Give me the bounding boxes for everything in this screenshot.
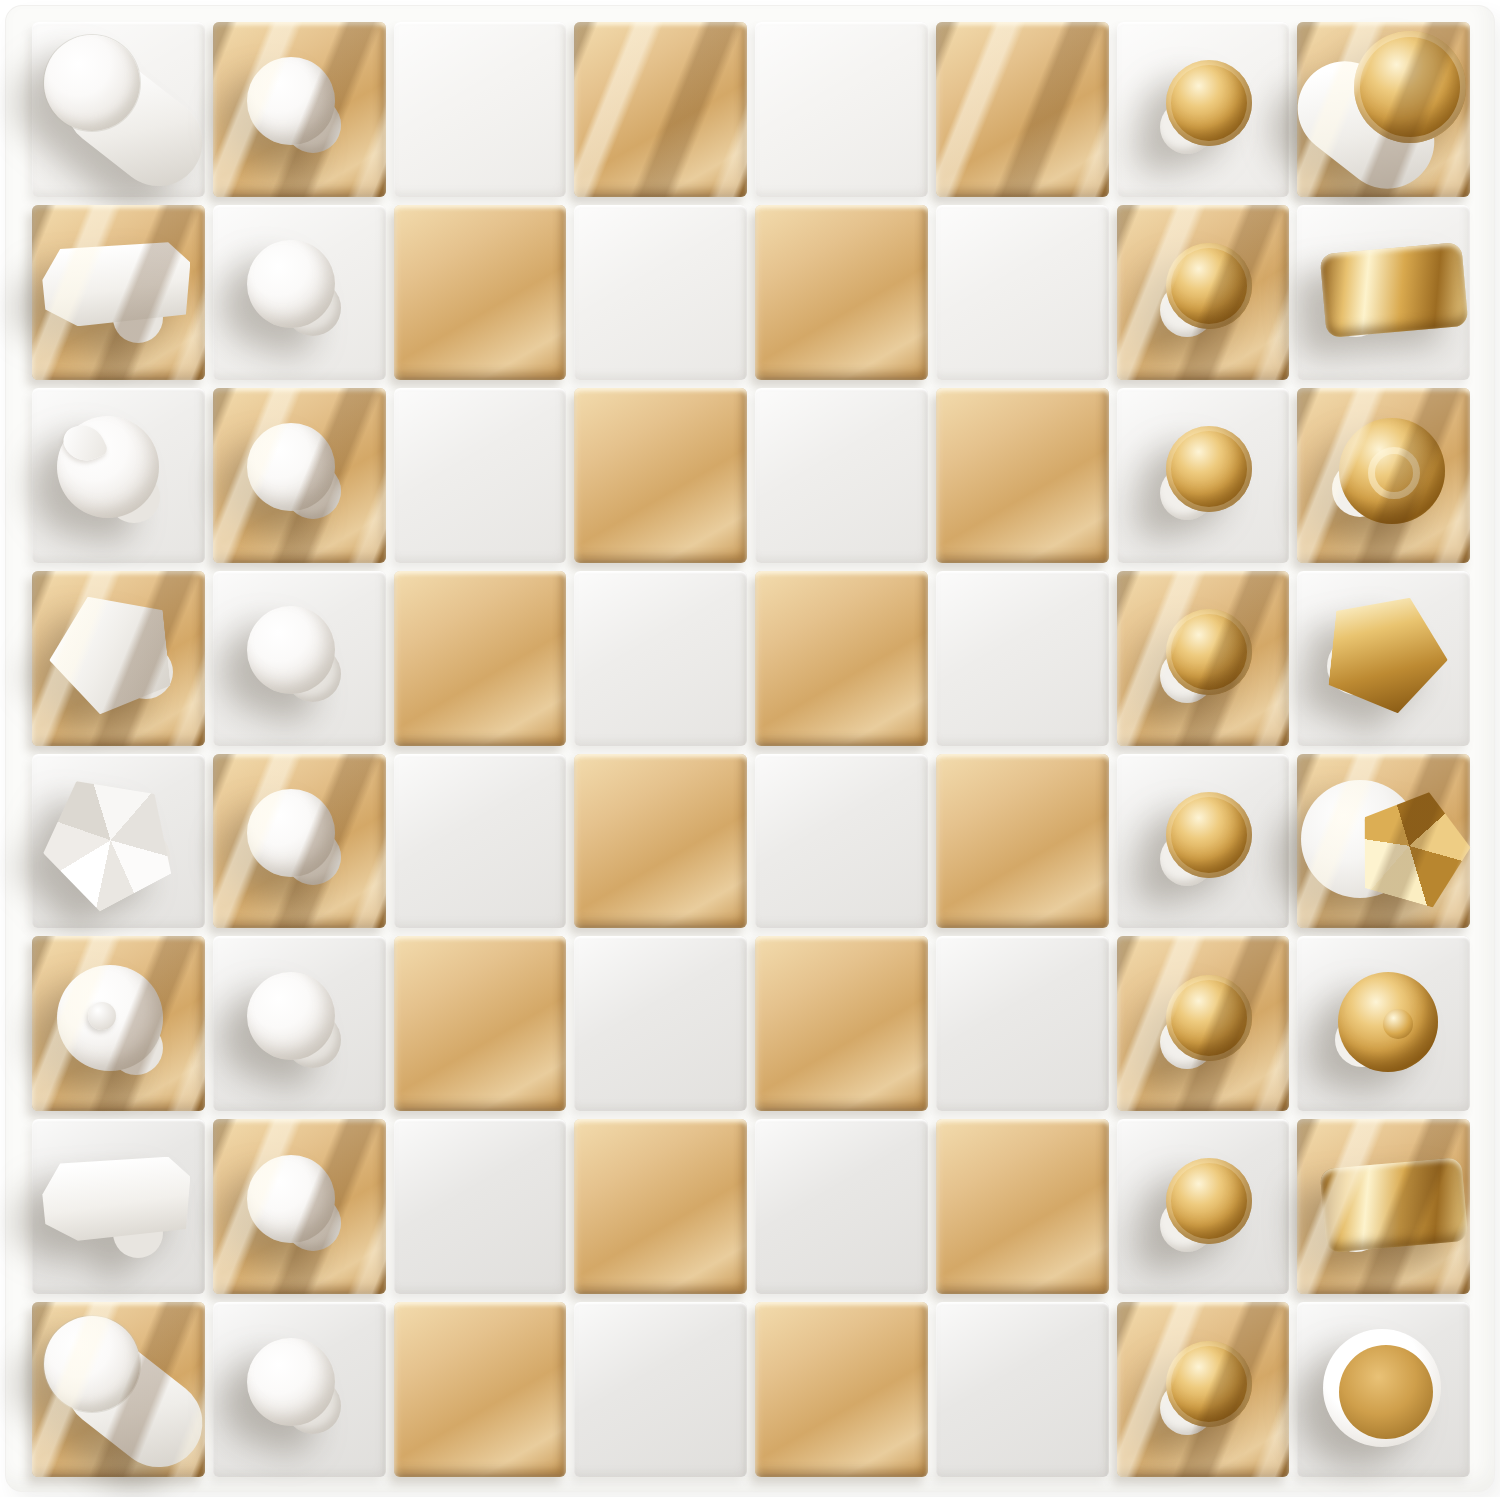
- piece-gold-king-e8[interactable]: [1297, 754, 1470, 929]
- piece-stem: [119, 645, 173, 699]
- piece-body: [1278, 43, 1452, 208]
- square-a2[interactable]: [213, 22, 386, 197]
- piece-white-pawn-h2[interactable]: [213, 1302, 386, 1477]
- piece-head: [247, 57, 335, 145]
- square-h1[interactable]: [32, 1302, 205, 1477]
- piece-head: [44, 589, 174, 719]
- square-g4[interactable]: [574, 1119, 747, 1294]
- piece-gold-rook-h8[interactable]: [1297, 1302, 1470, 1477]
- piece-white-pawn-f2[interactable]: [213, 936, 386, 1111]
- piece-head: [247, 789, 335, 877]
- piece-head: [247, 972, 335, 1060]
- piece-head: [1339, 1345, 1433, 1439]
- piece-white-rook-a1[interactable]: [32, 22, 205, 197]
- piece-white-knight-g1[interactable]: [32, 1119, 205, 1294]
- square-g6[interactable]: [936, 1119, 1109, 1294]
- piece-head: [1166, 426, 1252, 512]
- square-e3[interactable]: [394, 754, 567, 929]
- piece-body: [42, 242, 190, 326]
- piece-gold-pawn-d7[interactable]: [1117, 571, 1290, 746]
- piece-head: [247, 240, 335, 328]
- piece-gold-pawn-e7[interactable]: [1117, 754, 1290, 929]
- piece-white-pawn-d2[interactable]: [213, 571, 386, 746]
- square-c3[interactable]: [394, 388, 567, 563]
- piece-gold-pawn-h7[interactable]: [1117, 1302, 1290, 1477]
- piece-white-pawn-c2[interactable]: [213, 388, 386, 563]
- piece-gold-rook-a8[interactable]: [1297, 22, 1470, 197]
- square-e8[interactable]: [1297, 754, 1470, 929]
- square-f6[interactable]: [936, 936, 1109, 1111]
- piece-gold-pawn-b7[interactable]: [1117, 205, 1290, 380]
- square-d5[interactable]: [755, 571, 928, 746]
- square-a8[interactable]: [1297, 22, 1470, 197]
- square-a1[interactable]: [32, 22, 205, 197]
- piece-head: [1166, 1158, 1252, 1244]
- square-d4[interactable]: [574, 571, 747, 746]
- piece-body: [1319, 1157, 1468, 1253]
- piece-head: [1166, 609, 1252, 695]
- piece-gold-bishop-f8[interactable]: [1297, 936, 1470, 1111]
- square-h4[interactable]: [574, 1302, 747, 1477]
- square-c1[interactable]: [32, 388, 205, 563]
- piece-gold-knight-g8[interactable]: [1297, 1119, 1470, 1294]
- square-f3[interactable]: [394, 936, 567, 1111]
- square-b7[interactable]: [1117, 205, 1290, 380]
- square-g1[interactable]: [32, 1119, 205, 1294]
- square-a4[interactable]: [574, 22, 747, 197]
- piece-white-pawn-a2[interactable]: [213, 22, 386, 197]
- piece-extra: [1368, 447, 1420, 499]
- square-c5[interactable]: [755, 388, 928, 563]
- square-h8[interactable]: [1297, 1302, 1470, 1477]
- square-g2[interactable]: [213, 1119, 386, 1294]
- piece-stem: [285, 829, 341, 885]
- piece-gold-knight-b8[interactable]: [1297, 205, 1470, 380]
- square-b3[interactable]: [394, 205, 567, 380]
- square-h2[interactable]: [213, 1302, 386, 1477]
- piece-head: [247, 1155, 335, 1243]
- square-c2[interactable]: [213, 388, 386, 563]
- piece-stem: [113, 293, 163, 343]
- square-c7[interactable]: [1117, 388, 1290, 563]
- product-photo: [0, 0, 1500, 1497]
- square-a6[interactable]: [936, 22, 1109, 197]
- piece-stem: [1332, 461, 1388, 517]
- square-b5[interactable]: [755, 205, 928, 380]
- piece-stem: [1160, 1015, 1214, 1069]
- piece-stem: [109, 1021, 163, 1075]
- square-f5[interactable]: [755, 936, 928, 1111]
- piece-head: [1354, 31, 1466, 143]
- piece-white-queen-d1[interactable]: [32, 571, 205, 746]
- piece-gold-bishop-c8[interactable]: [1297, 388, 1470, 563]
- piece-stem: [285, 1195, 341, 1251]
- piece-white-pawn-g2[interactable]: [213, 1119, 386, 1294]
- piece-white-rook-h1[interactable]: [32, 1302, 205, 1477]
- piece-stem: [1160, 1381, 1214, 1435]
- piece-white-pawn-b2[interactable]: [213, 205, 386, 380]
- square-d8[interactable]: [1297, 571, 1470, 746]
- piece-head: [57, 965, 163, 1071]
- piece-gold-pawn-f7[interactable]: [1117, 936, 1290, 1111]
- piece-head: [1166, 1341, 1252, 1427]
- square-g7[interactable]: [1117, 1119, 1290, 1294]
- piece-stem: [285, 97, 341, 153]
- square-c8[interactable]: [1297, 388, 1470, 563]
- square-h5[interactable]: [755, 1302, 928, 1477]
- piece-head: [247, 423, 335, 511]
- square-b1[interactable]: [32, 205, 205, 380]
- piece-stem: [1160, 283, 1214, 337]
- square-b4[interactable]: [574, 205, 747, 380]
- piece-white-bishop-f1[interactable]: [32, 936, 205, 1111]
- piece-white-bishop-c1[interactable]: [32, 388, 205, 563]
- square-b2[interactable]: [213, 205, 386, 380]
- square-e6[interactable]: [936, 754, 1109, 929]
- piece-gold-pawn-c7[interactable]: [1117, 388, 1290, 563]
- square-f2[interactable]: [213, 936, 386, 1111]
- piece-stem: [1327, 1194, 1385, 1252]
- square-h7[interactable]: [1117, 1302, 1290, 1477]
- square-d1[interactable]: [32, 571, 205, 746]
- square-a7[interactable]: [1117, 22, 1290, 197]
- square-f7[interactable]: [1117, 936, 1290, 1111]
- piece-extra: [88, 1002, 116, 1030]
- square-g3[interactable]: [394, 1119, 567, 1294]
- piece-body: [1319, 242, 1468, 338]
- piece-head: [1346, 777, 1482, 913]
- square-f8[interactable]: [1297, 936, 1470, 1111]
- piece-body: [1301, 780, 1419, 898]
- piece-head: [1166, 792, 1252, 878]
- piece-body: [48, 1323, 220, 1485]
- square-d7[interactable]: [1117, 571, 1290, 746]
- square-h6[interactable]: [936, 1302, 1109, 1477]
- square-a3[interactable]: [394, 22, 567, 197]
- piece-head: [1339, 418, 1445, 524]
- piece-body: [42, 1157, 190, 1241]
- piece-extra: [1383, 1009, 1413, 1039]
- piece-gold-queen-d8[interactable]: [1297, 571, 1470, 746]
- piece-head: [1326, 590, 1453, 717]
- square-e2[interactable]: [213, 754, 386, 929]
- piece-stem: [1160, 649, 1214, 703]
- piece-head: [44, 1316, 140, 1412]
- square-f1[interactable]: [32, 936, 205, 1111]
- square-d3[interactable]: [394, 571, 567, 746]
- piece-gold-pawn-a7[interactable]: [1117, 22, 1290, 197]
- piece-head: [1166, 975, 1252, 1061]
- square-e4[interactable]: [574, 754, 747, 929]
- piece-head: [1166, 243, 1252, 329]
- square-c4[interactable]: [574, 388, 747, 563]
- chess-board: [6, 6, 1494, 1491]
- piece-head: [1166, 60, 1252, 146]
- square-g8[interactable]: [1297, 1119, 1470, 1294]
- piece-gold-pawn-g7[interactable]: [1117, 1119, 1290, 1294]
- square-e5[interactable]: [755, 754, 928, 929]
- square-b8[interactable]: [1297, 205, 1470, 380]
- square-d2[interactable]: [213, 571, 386, 746]
- piece-head: [44, 35, 140, 131]
- square-b6[interactable]: [936, 205, 1109, 380]
- piece-head: [247, 606, 335, 694]
- piece-stem: [285, 463, 341, 519]
- square-d6[interactable]: [936, 571, 1109, 746]
- piece-white-knight-b1[interactable]: [32, 205, 205, 380]
- square-c6[interactable]: [936, 388, 1109, 563]
- piece-head: [21, 752, 191, 922]
- square-e1[interactable]: [32, 754, 205, 929]
- piece-white-pawn-e2[interactable]: [213, 754, 386, 929]
- square-f4[interactable]: [574, 936, 747, 1111]
- square-e7[interactable]: [1117, 754, 1290, 929]
- square-g5[interactable]: [755, 1119, 928, 1294]
- square-a5[interactable]: [755, 22, 928, 197]
- board-grid: [6, 6, 1494, 1491]
- piece-white-king-e1[interactable]: [32, 754, 205, 929]
- square-h3[interactable]: [394, 1302, 567, 1477]
- piece-head: [247, 1338, 335, 1426]
